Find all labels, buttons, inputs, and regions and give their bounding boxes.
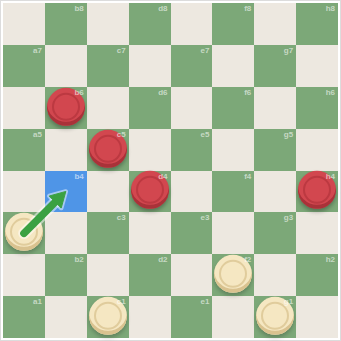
square-c5[interactable]: c5 [87,129,129,171]
square-a8[interactable] [3,3,45,45]
square-e6[interactable] [171,87,213,129]
square-label: a5 [33,130,42,139]
square-h3[interactable] [296,212,338,254]
square-label: g5 [284,130,293,139]
square-b3[interactable] [45,212,87,254]
square-b6[interactable]: b6 [45,87,87,129]
square-label: c7 [117,46,126,55]
square-d1[interactable] [129,296,171,338]
square-c1[interactable]: c1 [87,296,129,338]
square-b1[interactable] [45,296,87,338]
square-d6[interactable]: d6 [129,87,171,129]
red-piece[interactable] [131,171,169,209]
square-b7[interactable] [45,45,87,87]
square-e5[interactable]: e5 [171,129,213,171]
square-label: f4 [244,172,251,181]
square-g4[interactable] [254,171,296,213]
square-e2[interactable] [171,254,213,296]
square-a3[interactable]: a3 [3,212,45,254]
square-d7[interactable] [129,45,171,87]
white-piece[interactable] [214,255,252,293]
square-label: h6 [326,88,335,97]
square-label: g3 [284,213,293,222]
square-label: f8 [244,4,251,13]
square-g5[interactable]: g5 [254,129,296,171]
square-g7[interactable]: g7 [254,45,296,87]
square-f8[interactable]: f8 [212,3,254,45]
square-label: d2 [158,255,167,264]
square-f5[interactable] [212,129,254,171]
square-label: b2 [74,255,83,264]
square-g2[interactable] [254,254,296,296]
square-g6[interactable] [254,87,296,129]
square-d5[interactable] [129,129,171,171]
square-b8[interactable]: b8 [45,3,87,45]
square-c6[interactable] [87,87,129,129]
square-h6[interactable]: h6 [296,87,338,129]
square-c8[interactable] [87,3,129,45]
square-h5[interactable] [296,129,338,171]
square-e1[interactable]: e1 [171,296,213,338]
square-c2[interactable] [87,254,129,296]
square-label: h2 [326,255,335,264]
square-a4[interactable] [3,171,45,213]
square-h7[interactable] [296,45,338,87]
square-f4[interactable]: f4 [212,171,254,213]
square-d8[interactable]: d8 [129,3,171,45]
square-g8[interactable] [254,3,296,45]
square-d2[interactable]: d2 [129,254,171,296]
square-f3[interactable] [212,212,254,254]
square-label: b8 [74,4,83,13]
square-f2[interactable]: f2 [212,254,254,296]
white-piece[interactable] [89,297,127,335]
square-label: h8 [326,4,335,13]
square-d3[interactable] [129,212,171,254]
square-h8[interactable]: h8 [296,3,338,45]
square-label: d8 [158,4,167,13]
red-piece[interactable] [89,129,127,167]
square-label: b4 [74,172,83,181]
square-c7[interactable]: c7 [87,45,129,87]
white-piece[interactable] [5,213,43,251]
square-a7[interactable]: a7 [3,45,45,87]
square-label: a1 [33,297,42,306]
square-label: e1 [200,297,209,306]
square-g1[interactable]: g1 [254,296,296,338]
square-g3[interactable]: g3 [254,212,296,254]
square-a6[interactable] [3,87,45,129]
square-h2[interactable]: h2 [296,254,338,296]
square-c3[interactable]: c3 [87,212,129,254]
square-a2[interactable] [3,254,45,296]
square-e7[interactable]: e7 [171,45,213,87]
square-label: e3 [200,213,209,222]
square-d4[interactable]: d4 [129,171,171,213]
square-label: c3 [117,213,126,222]
square-label: a7 [33,46,42,55]
square-e8[interactable] [171,3,213,45]
square-label: g7 [284,46,293,55]
board-frame: b8d8f8h8a7c7e7g7b6d6f6h6a5c5e5g5b4d4f4h4… [0,0,341,341]
square-h1[interactable] [296,296,338,338]
checkers-board: b8d8f8h8a7c7e7g7b6d6f6h6a5c5e5g5b4d4f4h4… [3,3,338,338]
white-piece[interactable] [256,297,294,335]
square-b2[interactable]: b2 [45,254,87,296]
square-f7[interactable] [212,45,254,87]
square-label: e5 [200,130,209,139]
square-label: d6 [158,88,167,97]
red-piece[interactable] [47,88,85,126]
square-h4[interactable]: h4 [296,171,338,213]
square-e4[interactable] [171,171,213,213]
square-label: e7 [200,46,209,55]
square-label: f6 [244,88,251,97]
square-f6[interactable]: f6 [212,87,254,129]
square-f1[interactable] [212,296,254,338]
square-a5[interactable]: a5 [3,129,45,171]
square-b4[interactable]: b4 [45,171,87,213]
red-piece[interactable] [298,171,336,209]
square-a1[interactable]: a1 [3,296,45,338]
square-e3[interactable]: e3 [171,212,213,254]
square-b5[interactable] [45,129,87,171]
square-c4[interactable] [87,171,129,213]
